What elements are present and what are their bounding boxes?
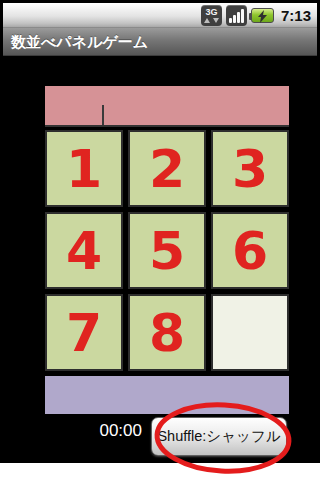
tile-4[interactable]: 4 [45,212,123,289]
tile-1[interactable]: 1 [45,130,123,207]
phone-screen: 3G 7:13 数並べパネルゲーム [0,0,320,463]
app-title: 数並べパネルゲーム [11,33,148,50]
tile-3[interactable]: 3 [211,130,289,207]
tile-5[interactable]: 5 [128,212,206,289]
tile-2[interactable]: 2 [128,130,206,207]
data-transfer-arrows [204,18,219,23]
status-bar: 3G 7:13 [3,3,317,28]
empty-tile [211,294,289,371]
battery-charging-icon [251,8,274,23]
board-footer-bar [45,376,289,414]
status-clock: 7:13 [281,7,311,24]
tile-8[interactable]: 8 [128,294,206,371]
app-title-bar: 数並べパネルゲーム [3,28,317,56]
shuffle-button-label: Shuffle:シャッフル [157,427,280,446]
board-header-bar [45,86,289,127]
puzzle-grid: 1 2 3 4 5 6 7 8 [45,130,289,371]
screenshot-page: 3G 7:13 数並べパネルゲーム [0,0,320,480]
3g-label: 3G [205,8,217,17]
timer-display: 00:00 [50,421,142,441]
signal-strength-icon [226,5,247,26]
tile-7[interactable]: 7 [45,294,123,371]
mobile-data-3g-icon: 3G [201,5,222,26]
tile-6[interactable]: 6 [211,212,289,289]
cursor-tick [102,105,104,125]
shuffle-button[interactable]: Shuffle:シャッフル [151,417,287,456]
